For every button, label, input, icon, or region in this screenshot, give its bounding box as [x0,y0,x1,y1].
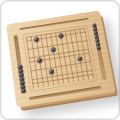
game-board [6,11,115,108]
tray-black-marble[interactable] [21,88,26,93]
tray-black-marble[interactable] [96,46,101,51]
board-grid-cells [23,26,96,91]
intersection-m1[interactable] [91,76,97,81]
product-photo-frame [0,0,120,120]
board-grid [23,26,96,91]
